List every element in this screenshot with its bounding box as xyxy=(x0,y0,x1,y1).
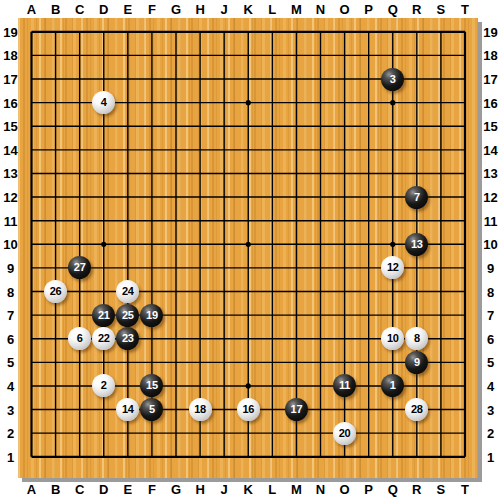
row-label-right-18: 18 xyxy=(483,49,497,62)
column-label-bottom-c: C xyxy=(75,483,84,496)
row-label-right-13: 13 xyxy=(483,167,497,180)
move-number: 26 xyxy=(50,286,62,297)
column-label-top-e: E xyxy=(123,2,132,15)
column-label-top-m: M xyxy=(291,2,302,15)
row-label-left-5: 5 xyxy=(7,356,14,369)
row-label-left-2: 2 xyxy=(7,427,14,440)
row-label-left-4: 4 xyxy=(7,379,14,392)
column-label-top-c: C xyxy=(75,2,84,15)
move-number: 15 xyxy=(146,380,158,391)
stone-white-k3-move-16: 16 xyxy=(237,398,260,421)
stone-black-d7-move-21: 21 xyxy=(92,304,115,327)
row-label-left-14: 14 xyxy=(3,143,17,156)
move-number: 24 xyxy=(122,286,134,297)
move-number: 5 xyxy=(149,404,155,415)
row-label-right-4: 4 xyxy=(487,379,494,392)
move-number: 10 xyxy=(387,333,399,344)
column-label-bottom-m: M xyxy=(291,483,302,496)
row-label-left-9: 9 xyxy=(7,261,14,274)
row-label-left-11: 11 xyxy=(4,214,18,227)
stone-white-o2-move-20: 20 xyxy=(333,422,356,445)
column-label-top-b: B xyxy=(51,2,60,15)
column-label-top-k: K xyxy=(244,2,253,15)
column-label-bottom-l: L xyxy=(268,483,276,496)
row-label-left-6: 6 xyxy=(7,332,14,345)
column-label-top-l: L xyxy=(268,2,276,15)
row-label-right-16: 16 xyxy=(483,96,497,109)
stone-white-b8-move-26: 26 xyxy=(44,280,67,303)
move-number: 28 xyxy=(411,404,423,415)
go-kifu-diagram: 1234567891011121314151617181920212223242… xyxy=(0,0,500,500)
column-label-top-g: G xyxy=(171,2,181,15)
star-point-q16 xyxy=(390,100,395,105)
column-label-bottom-e: E xyxy=(123,483,132,496)
row-label-right-5: 5 xyxy=(487,356,494,369)
stone-black-e7-move-25: 25 xyxy=(116,304,139,327)
row-label-left-12: 12 xyxy=(3,191,17,204)
column-label-bottom-t: T xyxy=(461,483,469,496)
row-label-left-8: 8 xyxy=(7,285,14,298)
row-label-right-12: 12 xyxy=(483,191,497,204)
stone-white-h3-move-18: 18 xyxy=(189,398,212,421)
stone-black-r10-move-13: 13 xyxy=(405,233,428,256)
star-point-d10 xyxy=(101,242,106,247)
stone-black-m3-move-17: 17 xyxy=(285,398,308,421)
row-label-right-19: 19 xyxy=(483,25,497,38)
move-number: 9 xyxy=(414,357,420,368)
column-label-bottom-a: A xyxy=(27,483,36,496)
row-label-left-15: 15 xyxy=(3,120,17,133)
stone-black-r12-move-7: 7 xyxy=(405,186,428,209)
stone-black-f7-move-19: 19 xyxy=(140,304,163,327)
row-label-left-10: 10 xyxy=(3,238,17,251)
column-label-bottom-h: H xyxy=(195,483,204,496)
move-number: 17 xyxy=(291,404,303,415)
column-label-top-o: O xyxy=(340,2,350,15)
column-label-bottom-q: Q xyxy=(388,483,398,496)
row-label-right-1: 1 xyxy=(487,450,494,463)
move-number: 4 xyxy=(101,97,107,108)
row-label-right-2: 2 xyxy=(487,427,494,440)
row-label-right-8: 8 xyxy=(487,285,494,298)
move-number: 27 xyxy=(74,262,86,273)
star-point-q10 xyxy=(390,242,395,247)
column-label-top-d: D xyxy=(99,2,108,15)
row-label-right-7: 7 xyxy=(487,309,494,322)
row-label-left-13: 13 xyxy=(3,167,17,180)
column-label-bottom-g: G xyxy=(171,483,181,496)
column-label-bottom-o: O xyxy=(340,483,350,496)
row-label-right-6: 6 xyxy=(487,332,494,345)
row-label-left-1: 1 xyxy=(7,450,14,463)
move-number: 20 xyxy=(339,428,351,439)
move-number: 18 xyxy=(194,404,206,415)
move-number: 19 xyxy=(146,310,158,321)
column-label-top-n: N xyxy=(316,2,325,15)
row-label-right-11: 11 xyxy=(484,214,498,227)
move-number: 3 xyxy=(390,74,396,85)
column-label-bottom-f: F xyxy=(148,483,156,496)
move-number: 1 xyxy=(390,380,396,391)
move-number: 22 xyxy=(98,333,110,344)
star-point-k10 xyxy=(246,242,251,247)
move-number: 23 xyxy=(122,333,134,344)
move-number: 12 xyxy=(387,262,399,273)
move-number: 14 xyxy=(122,404,134,415)
column-label-top-f: F xyxy=(148,2,156,15)
move-number: 21 xyxy=(98,310,110,321)
column-label-bottom-k: K xyxy=(244,483,253,496)
row-label-right-10: 10 xyxy=(483,238,497,251)
column-label-top-r: R xyxy=(412,2,421,15)
column-label-top-t: T xyxy=(461,2,469,15)
row-label-right-9: 9 xyxy=(487,261,494,274)
star-point-k4 xyxy=(246,383,251,388)
column-label-top-q: Q xyxy=(388,2,398,15)
column-label-bottom-b: B xyxy=(51,483,60,496)
move-number: 8 xyxy=(414,333,420,344)
move-number: 13 xyxy=(411,239,423,250)
row-label-left-17: 17 xyxy=(3,73,17,86)
column-label-top-h: H xyxy=(195,2,204,15)
column-label-bottom-s: S xyxy=(437,483,446,496)
column-label-top-a: A xyxy=(27,2,36,15)
column-label-top-p: P xyxy=(364,2,373,15)
row-label-right-3: 3 xyxy=(487,403,494,416)
row-label-left-19: 19 xyxy=(3,25,17,38)
move-number: 6 xyxy=(77,333,83,344)
row-label-right-17: 17 xyxy=(483,73,497,86)
column-label-bottom-r: R xyxy=(412,483,421,496)
column-label-top-j: J xyxy=(221,2,228,15)
column-label-top-s: S xyxy=(437,2,446,15)
move-number: 16 xyxy=(242,404,254,415)
move-number: 2 xyxy=(101,380,107,391)
row-label-left-7: 7 xyxy=(7,309,14,322)
row-label-right-15: 15 xyxy=(483,120,497,133)
column-label-bottom-d: D xyxy=(99,483,108,496)
column-label-bottom-j: J xyxy=(221,483,228,496)
star-point-k16 xyxy=(246,100,251,105)
row-label-left-16: 16 xyxy=(3,96,17,109)
row-label-right-14: 14 xyxy=(483,143,497,156)
move-number: 7 xyxy=(414,192,420,203)
move-number: 25 xyxy=(122,310,134,321)
column-label-bottom-n: N xyxy=(316,483,325,496)
go-board-surface[interactable]: 1234567891011121314151617181920212223242… xyxy=(18,18,478,478)
column-label-bottom-p: P xyxy=(364,483,373,496)
stone-black-r5-move-9: 9 xyxy=(405,351,428,374)
move-number: 11 xyxy=(339,380,350,391)
row-label-left-18: 18 xyxy=(3,49,17,62)
stone-black-q17-move-3: 3 xyxy=(381,68,404,91)
row-label-left-3: 3 xyxy=(7,403,14,416)
